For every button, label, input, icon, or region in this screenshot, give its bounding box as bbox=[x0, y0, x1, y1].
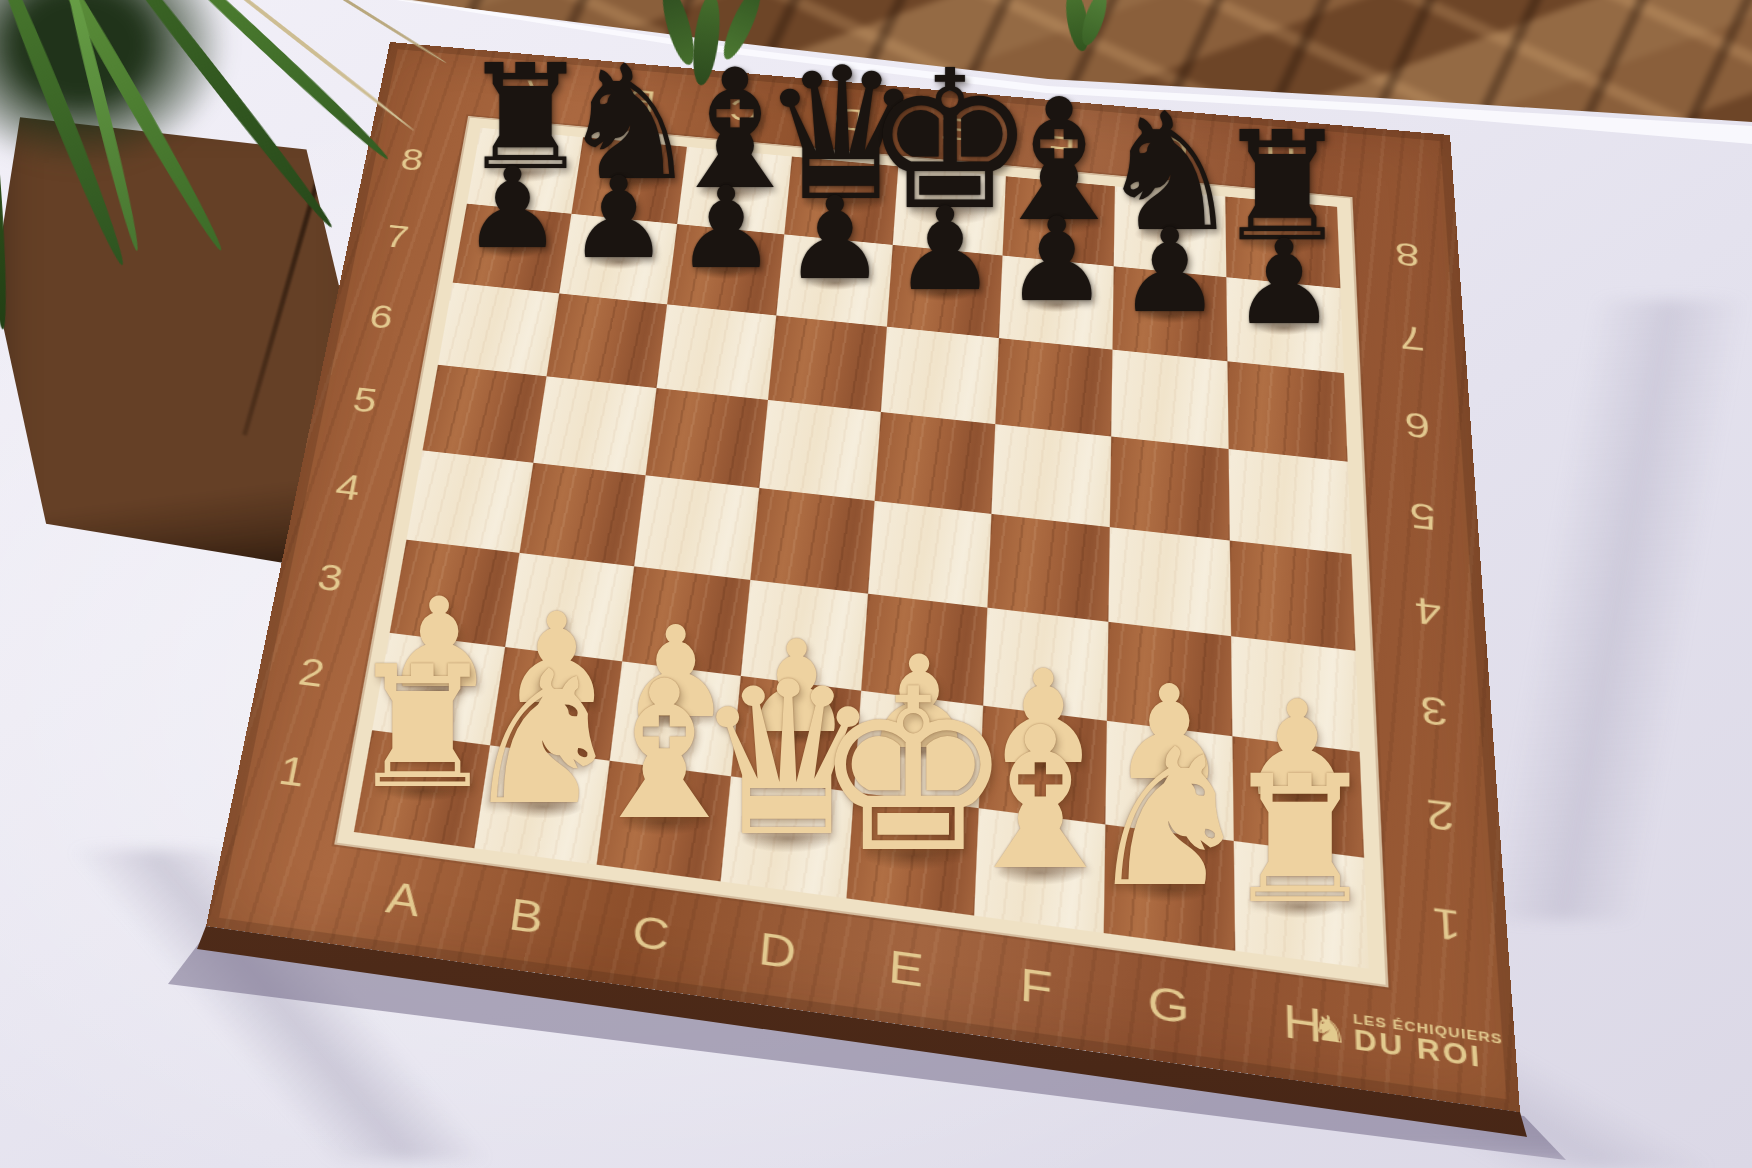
square-h4 bbox=[1230, 541, 1356, 651]
square-d5 bbox=[759, 400, 881, 501]
square-c3 bbox=[622, 566, 750, 676]
square-g3 bbox=[1107, 622, 1232, 736]
square-d4 bbox=[750, 488, 874, 594]
rank-label-left-5: 5 bbox=[350, 380, 381, 420]
square-f5 bbox=[991, 424, 1111, 527]
file-label-top-f: F bbox=[1047, 120, 1076, 157]
square-b1 bbox=[474, 745, 609, 864]
rank-label-left-2: 2 bbox=[295, 650, 329, 695]
square-e7 bbox=[887, 245, 1003, 338]
rank-label-right-2: 2 bbox=[1424, 789, 1456, 839]
rank-label-right-8: 8 bbox=[1393, 235, 1421, 273]
square-h2 bbox=[1232, 736, 1364, 857]
square-d3 bbox=[741, 580, 868, 691]
board-grid bbox=[354, 128, 1369, 969]
square-a3 bbox=[390, 540, 520, 647]
rank-label-left-3: 3 bbox=[314, 556, 347, 599]
square-g1 bbox=[1104, 824, 1236, 950]
file-label-bottom-c: C bbox=[630, 906, 674, 961]
square-g5 bbox=[1110, 436, 1230, 540]
rank-label-left-6: 6 bbox=[367, 298, 398, 336]
square-b2 bbox=[490, 647, 622, 761]
square-h8 bbox=[1225, 197, 1340, 289]
square-e4 bbox=[868, 501, 991, 608]
file-label-bottom-d: D bbox=[757, 923, 800, 979]
square-c5 bbox=[646, 388, 768, 488]
square-h5 bbox=[1229, 449, 1352, 554]
square-d2 bbox=[731, 676, 861, 792]
file-label-bottom-a: A bbox=[383, 872, 425, 926]
square-c1 bbox=[597, 761, 731, 882]
square-f4 bbox=[987, 514, 1109, 622]
square-b5 bbox=[533, 376, 656, 475]
rank-label-left-8: 8 bbox=[398, 142, 427, 177]
square-b6 bbox=[547, 293, 668, 388]
square-d6 bbox=[768, 315, 887, 411]
square-b8 bbox=[571, 137, 686, 224]
chess-board: 8877665544332211AABBCCDDEEFFGGHH ♞ LES É… bbox=[206, 42, 1520, 1112]
square-g8 bbox=[1114, 186, 1227, 277]
square-h1 bbox=[1234, 841, 1369, 969]
brand-logo: ♞ LES ÉCHIQUIERS DU ROI bbox=[1310, 991, 1521, 1093]
square-f6 bbox=[995, 338, 1112, 436]
square-e3 bbox=[861, 594, 987, 706]
file-label-top-b: B bbox=[624, 83, 657, 119]
square-f3 bbox=[983, 608, 1108, 721]
knight-rider-emblem-icon: ♞ bbox=[1311, 1009, 1349, 1049]
square-a5 bbox=[423, 365, 547, 463]
file-label-top-g: G bbox=[1152, 129, 1188, 167]
file-label-top-e: E bbox=[938, 110, 970, 147]
square-a1 bbox=[354, 730, 490, 848]
square-f8 bbox=[1003, 176, 1115, 266]
square-h6 bbox=[1227, 361, 1347, 461]
square-e6 bbox=[881, 327, 999, 424]
square-a8 bbox=[467, 128, 583, 214]
square-d1 bbox=[721, 776, 854, 898]
file-label-top-a: A bbox=[522, 74, 556, 110]
rank-label-right-3: 3 bbox=[1418, 686, 1449, 734]
file-label-bottom-b: B bbox=[506, 889, 547, 943]
file-label-bottom-g: G bbox=[1147, 976, 1190, 1034]
rank-label-left-7: 7 bbox=[383, 218, 413, 254]
square-f2 bbox=[979, 706, 1107, 825]
coordinate-labels: 8877665544332211AABBCCDDEEFFGGHH bbox=[390, 42, 1450, 135]
square-h7 bbox=[1226, 277, 1344, 373]
scene-chess-photo: 8877665544332211AABBCCDDEEFFGGHH ♞ LES É… bbox=[0, 0, 1752, 1168]
file-label-top-h: H bbox=[1263, 139, 1297, 177]
square-b3 bbox=[505, 553, 634, 661]
square-h3 bbox=[1231, 636, 1360, 752]
rank-label-right-6: 6 bbox=[1402, 404, 1431, 445]
square-d7 bbox=[776, 234, 892, 326]
square-b7 bbox=[559, 214, 677, 305]
square-b4 bbox=[520, 463, 646, 567]
file-label-top-c: C bbox=[726, 92, 761, 129]
file-label-top-d: D bbox=[831, 101, 866, 138]
square-g2 bbox=[1105, 721, 1233, 841]
file-label-bottom-e: E bbox=[887, 941, 926, 997]
square-f1 bbox=[974, 808, 1105, 933]
square-c7 bbox=[667, 224, 784, 315]
square-e5 bbox=[875, 412, 996, 514]
rank-label-left-1: 1 bbox=[275, 748, 310, 795]
square-g7 bbox=[1112, 266, 1227, 361]
square-a4 bbox=[406, 450, 533, 553]
square-e1 bbox=[846, 792, 978, 915]
rank-label-left-4: 4 bbox=[332, 466, 364, 507]
rank-label-right-1: 1 bbox=[1430, 897, 1463, 949]
file-label-bottom-f: F bbox=[1019, 959, 1054, 1015]
square-e8 bbox=[893, 166, 1006, 255]
square-c4 bbox=[634, 475, 759, 580]
rank-label-right-4: 4 bbox=[1412, 588, 1442, 633]
square-c6 bbox=[657, 304, 777, 400]
square-d8 bbox=[784, 157, 898, 245]
rank-label-right-5: 5 bbox=[1407, 494, 1437, 537]
square-f7 bbox=[999, 256, 1114, 350]
square-c2 bbox=[610, 661, 741, 776]
chess-board-group: 8877665544332211AABBCCDDEEFFGGHH ♞ LES É… bbox=[0, 0, 1752, 1168]
square-g6 bbox=[1111, 350, 1228, 449]
square-a7 bbox=[453, 204, 572, 294]
square-a6 bbox=[438, 283, 559, 377]
square-a2 bbox=[372, 633, 505, 746]
rank-label-right-7: 7 bbox=[1397, 317, 1425, 357]
square-g4 bbox=[1108, 527, 1231, 636]
square-c8 bbox=[677, 147, 792, 235]
square-e2 bbox=[854, 691, 983, 808]
